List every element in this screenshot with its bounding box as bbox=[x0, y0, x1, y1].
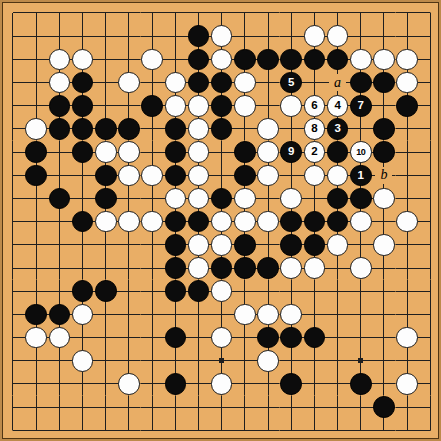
intersection-7-6 bbox=[141, 117, 164, 140]
intersection-3-7 bbox=[48, 141, 71, 164]
intersection-15-1 bbox=[326, 1, 349, 24]
white-stone bbox=[350, 257, 372, 279]
white-stone bbox=[72, 49, 94, 71]
intersection-5-10 bbox=[94, 210, 117, 233]
intersection-16-9 bbox=[349, 187, 372, 210]
intersection-12-6 bbox=[256, 117, 279, 140]
intersection-19-4 bbox=[419, 71, 441, 94]
white-stone bbox=[327, 234, 349, 256]
intersection-2-10 bbox=[25, 210, 48, 233]
intersection-11-5 bbox=[233, 94, 256, 117]
black-stone bbox=[304, 49, 326, 71]
intersection-7-4 bbox=[141, 71, 164, 94]
intersection-9-6 bbox=[187, 117, 210, 140]
intersection-4-1 bbox=[71, 1, 94, 24]
intersection-2-2 bbox=[25, 25, 48, 48]
black-stone bbox=[373, 396, 395, 418]
intersection-10-11 bbox=[210, 233, 233, 256]
intersection-4-13 bbox=[71, 280, 94, 303]
intersection-17-15 bbox=[372, 326, 395, 349]
black-stone bbox=[280, 49, 302, 71]
intersection-11-14 bbox=[233, 303, 256, 326]
intersection-9-5 bbox=[187, 94, 210, 117]
intersection-8-10 bbox=[164, 210, 187, 233]
intersection-9-4 bbox=[187, 71, 210, 94]
intersection-13-12 bbox=[280, 256, 303, 279]
intersection-9-12 bbox=[187, 256, 210, 279]
black-stone bbox=[257, 327, 279, 349]
intersection-13-9 bbox=[280, 187, 303, 210]
intersection-15-14 bbox=[326, 303, 349, 326]
black-stone bbox=[165, 211, 187, 233]
intersection-4-4 bbox=[71, 71, 94, 94]
intersection-1-7 bbox=[1, 141, 24, 164]
black-stone bbox=[234, 141, 256, 163]
black-stone bbox=[304, 234, 326, 256]
move-number: 10 bbox=[356, 148, 365, 157]
white-stone bbox=[188, 234, 210, 256]
move-number: 6 bbox=[311, 100, 317, 112]
intersection-2-12 bbox=[25, 256, 48, 279]
intersection-3-16 bbox=[48, 349, 71, 372]
intersection-14-11 bbox=[303, 233, 326, 256]
black-stone bbox=[165, 257, 187, 279]
black-stone bbox=[327, 211, 349, 233]
intersection-3-13 bbox=[48, 280, 71, 303]
intersection-14-9 bbox=[303, 187, 326, 210]
intersection-8-12 bbox=[164, 256, 187, 279]
intersection-16-6 bbox=[349, 117, 372, 140]
intersection-1-15 bbox=[1, 326, 24, 349]
intersection-7-15 bbox=[141, 326, 164, 349]
intersection-17-12 bbox=[372, 256, 395, 279]
intersection-5-18 bbox=[94, 396, 117, 419]
intersection-13-7: 9 bbox=[280, 141, 303, 164]
intersection-7-8 bbox=[141, 164, 164, 187]
intersection-18-10 bbox=[396, 210, 419, 233]
intersection-19-7 bbox=[419, 141, 441, 164]
move-number: 3 bbox=[334, 123, 340, 135]
intersection-13-17 bbox=[280, 372, 303, 395]
intersection-13-15 bbox=[280, 326, 303, 349]
intersection-5-15 bbox=[94, 326, 117, 349]
white-stone bbox=[95, 211, 117, 233]
black-stone bbox=[95, 118, 117, 140]
white-stone bbox=[25, 327, 47, 349]
white-stone bbox=[118, 141, 140, 163]
black-stone bbox=[211, 257, 233, 279]
intersection-19-6 bbox=[419, 117, 441, 140]
intersection-6-6 bbox=[117, 117, 140, 140]
intersection-4-17 bbox=[71, 372, 94, 395]
white-stone bbox=[234, 304, 256, 326]
intersection-16-5: 7 bbox=[349, 94, 372, 117]
black-stone bbox=[396, 95, 418, 117]
white-stone bbox=[257, 165, 279, 187]
intersection-16-2 bbox=[349, 25, 372, 48]
black-stone bbox=[188, 49, 210, 71]
intersection-6-17 bbox=[117, 372, 140, 395]
intersection-8-15 bbox=[164, 326, 187, 349]
intersection-1-17 bbox=[1, 372, 24, 395]
intersection-3-2 bbox=[48, 25, 71, 48]
intersection-15-16 bbox=[326, 349, 349, 372]
intersection-14-5: 6 bbox=[303, 94, 326, 117]
intersection-14-10 bbox=[303, 210, 326, 233]
white-stone bbox=[211, 280, 233, 302]
intersection-15-3 bbox=[326, 48, 349, 71]
intersection-2-14 bbox=[25, 303, 48, 326]
intersection-13-19 bbox=[280, 419, 303, 441]
black-stone bbox=[188, 72, 210, 94]
intersection-5-2 bbox=[94, 25, 117, 48]
white-stone bbox=[373, 49, 395, 71]
white-stone bbox=[49, 327, 71, 349]
intersection-10-18 bbox=[210, 396, 233, 419]
black-stone bbox=[234, 165, 256, 187]
black-stone-move-5: 5 bbox=[280, 72, 302, 94]
black-stone bbox=[141, 95, 163, 117]
white-stone bbox=[141, 49, 163, 71]
white-stone bbox=[211, 49, 233, 71]
intersection-4-8 bbox=[71, 164, 94, 187]
white-stone bbox=[257, 211, 279, 233]
intersection-17-19 bbox=[372, 419, 395, 441]
black-stone bbox=[257, 257, 279, 279]
intersection-5-6 bbox=[94, 117, 117, 140]
intersection-4-10 bbox=[71, 210, 94, 233]
intersection-14-7: 2 bbox=[303, 141, 326, 164]
intersection-18-7 bbox=[396, 141, 419, 164]
intersection-7-18 bbox=[141, 396, 164, 419]
white-stone bbox=[95, 141, 117, 163]
intersection-15-10 bbox=[326, 210, 349, 233]
black-stone bbox=[25, 304, 47, 326]
intersection-2-11 bbox=[25, 233, 48, 256]
intersection-12-19 bbox=[256, 419, 279, 441]
intersection-1-14 bbox=[1, 303, 24, 326]
star-point bbox=[219, 358, 224, 363]
black-stone bbox=[49, 118, 71, 140]
intersection-5-17 bbox=[94, 372, 117, 395]
white-stone bbox=[350, 211, 372, 233]
white-stone bbox=[118, 373, 140, 395]
intersection-6-12 bbox=[117, 256, 140, 279]
intersection-11-15 bbox=[233, 326, 256, 349]
white-stone bbox=[118, 211, 140, 233]
intersection-13-6 bbox=[280, 117, 303, 140]
intersection-3-18 bbox=[48, 396, 71, 419]
black-stone-move-3: 3 bbox=[327, 118, 349, 140]
white-stone bbox=[396, 211, 418, 233]
intersection-17-11 bbox=[372, 233, 395, 256]
intersection-10-7 bbox=[210, 141, 233, 164]
intersection-3-11 bbox=[48, 233, 71, 256]
intersection-15-6: 3 bbox=[326, 117, 349, 140]
intersection-17-6 bbox=[372, 117, 395, 140]
black-stone bbox=[304, 327, 326, 349]
intersection-11-2 bbox=[233, 25, 256, 48]
intersection-7-12 bbox=[141, 256, 164, 279]
intersection-8-11 bbox=[164, 233, 187, 256]
intersection-12-13 bbox=[256, 280, 279, 303]
move-number: 4 bbox=[334, 100, 340, 112]
intersection-19-5 bbox=[419, 94, 441, 117]
intersection-7-7 bbox=[141, 141, 164, 164]
intersection-2-5 bbox=[25, 94, 48, 117]
white-stone bbox=[234, 188, 256, 210]
intersection-6-5 bbox=[117, 94, 140, 117]
intersection-2-15 bbox=[25, 326, 48, 349]
intersection-18-9 bbox=[396, 187, 419, 210]
white-stone bbox=[257, 350, 279, 372]
black-stone bbox=[72, 211, 94, 233]
intersection-2-4 bbox=[25, 71, 48, 94]
intersection-14-15 bbox=[303, 326, 326, 349]
black-stone bbox=[211, 188, 233, 210]
white-stone-move-10: 10 bbox=[350, 141, 372, 163]
intersection-7-5 bbox=[141, 94, 164, 117]
white-stone bbox=[396, 49, 418, 71]
intersection-7-2 bbox=[141, 25, 164, 48]
intersection-16-11 bbox=[349, 233, 372, 256]
intersection-3-4 bbox=[48, 71, 71, 94]
intersection-4-12 bbox=[71, 256, 94, 279]
intersection-5-5 bbox=[94, 94, 117, 117]
intersection-3-19 bbox=[48, 419, 71, 441]
intersection-8-2 bbox=[164, 25, 187, 48]
white-stone bbox=[257, 141, 279, 163]
intersection-15-7 bbox=[326, 141, 349, 164]
intersection-3-9 bbox=[48, 187, 71, 210]
intersection-19-16 bbox=[419, 349, 441, 372]
black-stone bbox=[72, 95, 94, 117]
intersection-14-3 bbox=[303, 48, 326, 71]
intersection-7-10 bbox=[141, 210, 164, 233]
move-number: 8 bbox=[311, 123, 317, 135]
intersection-18-3 bbox=[396, 48, 419, 71]
intersection-14-1 bbox=[303, 1, 326, 24]
intersection-11-19 bbox=[233, 419, 256, 441]
intersection-12-9 bbox=[256, 187, 279, 210]
intersection-4-14 bbox=[71, 303, 94, 326]
intersection-2-7 bbox=[25, 141, 48, 164]
intersection-2-13 bbox=[25, 280, 48, 303]
move-number: 9 bbox=[288, 146, 294, 158]
intersection-13-2 bbox=[280, 25, 303, 48]
white-stone bbox=[188, 165, 210, 187]
intersection-10-4 bbox=[210, 71, 233, 94]
black-stone bbox=[373, 72, 395, 94]
intersection-6-14 bbox=[117, 303, 140, 326]
intersection-14-14 bbox=[303, 303, 326, 326]
intersection-4-11 bbox=[71, 233, 94, 256]
white-stone-move-6: 6 bbox=[304, 95, 326, 117]
black-stone-move-7: 7 bbox=[350, 95, 372, 117]
intersection-16-17 bbox=[349, 372, 372, 395]
intersection-19-2 bbox=[419, 25, 441, 48]
intersection-6-3 bbox=[117, 48, 140, 71]
intersection-8-17 bbox=[164, 372, 187, 395]
black-stone bbox=[280, 327, 302, 349]
intersection-12-5 bbox=[256, 94, 279, 117]
white-stone bbox=[211, 211, 233, 233]
intersection-1-8 bbox=[1, 164, 24, 187]
intersection-7-11 bbox=[141, 233, 164, 256]
intersection-8-18 bbox=[164, 396, 187, 419]
intersection-6-18 bbox=[117, 396, 140, 419]
intersection-2-3 bbox=[25, 48, 48, 71]
intersection-10-5 bbox=[210, 94, 233, 117]
intersection-17-17 bbox=[372, 372, 395, 395]
intersection-14-2 bbox=[303, 25, 326, 48]
intersection-18-1 bbox=[396, 1, 419, 24]
intersection-5-14 bbox=[94, 303, 117, 326]
black-stone bbox=[165, 165, 187, 187]
intersection-4-18 bbox=[71, 396, 94, 419]
intersection-3-14 bbox=[48, 303, 71, 326]
intersection-12-16 bbox=[256, 349, 279, 372]
intersection-7-19 bbox=[141, 419, 164, 441]
intersection-10-15 bbox=[210, 326, 233, 349]
intersection-11-16 bbox=[233, 349, 256, 372]
intersection-1-16 bbox=[1, 349, 24, 372]
intersection-16-18 bbox=[349, 396, 372, 419]
white-stone bbox=[165, 188, 187, 210]
intersection-13-8 bbox=[280, 164, 303, 187]
intersection-1-19 bbox=[1, 419, 24, 441]
black-stone bbox=[72, 280, 94, 302]
intersection-19-10 bbox=[419, 210, 441, 233]
white-stone-move-8: 8 bbox=[304, 118, 326, 140]
intersection-2-17 bbox=[25, 372, 48, 395]
white-stone bbox=[118, 165, 140, 187]
intersection-9-1 bbox=[187, 1, 210, 24]
move-number: 5 bbox=[288, 77, 294, 89]
intersection-4-3 bbox=[71, 48, 94, 71]
intersection-5-13 bbox=[94, 280, 117, 303]
intersection-16-4 bbox=[349, 71, 372, 94]
intersection-10-6 bbox=[210, 117, 233, 140]
move-number: 7 bbox=[358, 100, 364, 112]
move-number: 2 bbox=[311, 146, 317, 158]
black-stone bbox=[327, 49, 349, 71]
intersection-12-10 bbox=[256, 210, 279, 233]
intersection-4-15 bbox=[71, 326, 94, 349]
intersection-6-10 bbox=[117, 210, 140, 233]
intersection-1-13 bbox=[1, 280, 24, 303]
white-stone bbox=[188, 188, 210, 210]
white-stone bbox=[211, 25, 233, 47]
intersection-13-5 bbox=[280, 94, 303, 117]
white-stone-move-2: 2 bbox=[304, 141, 326, 163]
black-stone bbox=[165, 373, 187, 395]
intersection-18-5 bbox=[396, 94, 419, 117]
intersection-19-17 bbox=[419, 372, 441, 395]
intersection-19-3 bbox=[419, 48, 441, 71]
intersection-11-12 bbox=[233, 256, 256, 279]
intersection-11-4 bbox=[233, 71, 256, 94]
intersection-2-18 bbox=[25, 396, 48, 419]
intersection-3-15 bbox=[48, 326, 71, 349]
intersection-14-18 bbox=[303, 396, 326, 419]
intersection-18-4 bbox=[396, 71, 419, 94]
black-stone bbox=[211, 118, 233, 140]
intersection-13-18 bbox=[280, 396, 303, 419]
intersection-19-8 bbox=[419, 164, 441, 187]
intersection-11-6 bbox=[233, 117, 256, 140]
intersection-18-16 bbox=[396, 349, 419, 372]
black-stone bbox=[25, 165, 47, 187]
intersection-2-9 bbox=[25, 187, 48, 210]
intersection-11-8 bbox=[233, 164, 256, 187]
intersection-8-5 bbox=[164, 94, 187, 117]
intersection-14-8 bbox=[303, 164, 326, 187]
intersection-8-13 bbox=[164, 280, 187, 303]
intersection-9-13 bbox=[187, 280, 210, 303]
intersection-8-16 bbox=[164, 349, 187, 372]
intersection-12-15 bbox=[256, 326, 279, 349]
intersection-12-7 bbox=[256, 141, 279, 164]
intersection-12-2 bbox=[256, 25, 279, 48]
intersection-17-18 bbox=[372, 396, 395, 419]
intersection-10-3 bbox=[210, 48, 233, 71]
intersection-7-13 bbox=[141, 280, 164, 303]
intersection-15-2 bbox=[326, 25, 349, 48]
intersection-12-14 bbox=[256, 303, 279, 326]
intersection-7-9 bbox=[141, 187, 164, 210]
intersection-1-9 bbox=[1, 187, 24, 210]
intersection-6-8 bbox=[117, 164, 140, 187]
white-stone bbox=[165, 72, 187, 94]
black-stone bbox=[165, 118, 187, 140]
intersection-1-6 bbox=[1, 117, 24, 140]
black-stone bbox=[188, 280, 210, 302]
intersection-15-13 bbox=[326, 280, 349, 303]
white-stone bbox=[396, 327, 418, 349]
intersection-6-7 bbox=[117, 141, 140, 164]
white-stone bbox=[327, 165, 349, 187]
intersection-18-12 bbox=[396, 256, 419, 279]
intersection-8-1 bbox=[164, 1, 187, 24]
intersection-17-16 bbox=[372, 349, 395, 372]
intersection-18-19 bbox=[396, 419, 419, 441]
intersection-15-18 bbox=[326, 396, 349, 419]
intersection-17-14 bbox=[372, 303, 395, 326]
intersection-10-13 bbox=[210, 280, 233, 303]
intersection-17-3 bbox=[372, 48, 395, 71]
intersection-16-10 bbox=[349, 210, 372, 233]
intersection-11-18 bbox=[233, 396, 256, 419]
intersection-8-9 bbox=[164, 187, 187, 210]
intersection-15-8 bbox=[326, 164, 349, 187]
intersection-3-5 bbox=[48, 94, 71, 117]
intersection-15-15 bbox=[326, 326, 349, 349]
intersection-17-9 bbox=[372, 187, 395, 210]
intersection-6-2 bbox=[117, 25, 140, 48]
intersection-15-9 bbox=[326, 187, 349, 210]
intersection-6-13 bbox=[117, 280, 140, 303]
intersection-12-3 bbox=[256, 48, 279, 71]
white-stone bbox=[49, 49, 71, 71]
intersection-4-7 bbox=[71, 141, 94, 164]
intersection-7-1 bbox=[141, 1, 164, 24]
intersection-9-7 bbox=[187, 141, 210, 164]
intersection-7-3 bbox=[141, 48, 164, 71]
intersection-4-6 bbox=[71, 117, 94, 140]
black-stone-move-9: 9 bbox=[280, 141, 302, 163]
intersection-10-16 bbox=[210, 349, 233, 372]
